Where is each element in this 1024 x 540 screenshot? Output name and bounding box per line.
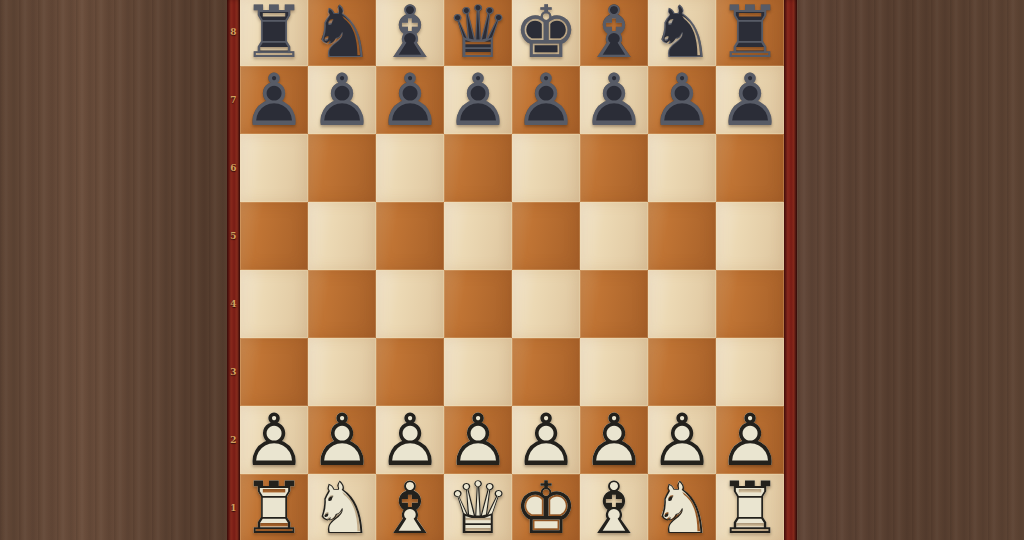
piece-glyph-outline: ♙ bbox=[648, 406, 716, 474]
square-c2[interactable]: ♟♙ bbox=[376, 406, 444, 474]
square-e8[interactable]: ♚♔ bbox=[512, 0, 580, 66]
piece-black-rook[interactable]: ♜♖ bbox=[240, 0, 308, 66]
square-g5[interactable] bbox=[648, 202, 716, 270]
square-b7[interactable]: ♟♙ bbox=[308, 66, 376, 134]
piece-white-pawn[interactable]: ♟♙ bbox=[716, 406, 784, 474]
piece-black-pawn[interactable]: ♟♙ bbox=[716, 66, 784, 134]
piece-glyph-outline: ♙ bbox=[716, 406, 784, 474]
square-g6[interactable] bbox=[648, 134, 716, 202]
piece-black-queen[interactable]: ♛♕ bbox=[444, 0, 512, 66]
piece-glyph-outline: ♙ bbox=[512, 406, 580, 474]
rank-label-5: 5 bbox=[227, 202, 240, 270]
piece-black-pawn[interactable]: ♟♙ bbox=[308, 66, 376, 134]
piece-black-bishop[interactable]: ♝♗ bbox=[580, 0, 648, 66]
square-d5[interactable] bbox=[444, 202, 512, 270]
square-h7[interactable]: ♟♙ bbox=[716, 66, 784, 134]
piece-glyph-outline: ♘ bbox=[648, 0, 716, 66]
piece-white-pawn[interactable]: ♟♙ bbox=[308, 406, 376, 474]
piece-white-pawn[interactable]: ♟♙ bbox=[376, 406, 444, 474]
square-d6[interactable] bbox=[444, 134, 512, 202]
square-h2[interactable]: ♟♙ bbox=[716, 406, 784, 474]
square-h6[interactable] bbox=[716, 134, 784, 202]
square-h1[interactable]: ♜♖ bbox=[716, 474, 784, 540]
rank-label-3: 3 bbox=[227, 338, 240, 406]
table-background: 87654321 ♜♖♞♘♝♗♛♕♚♔♝♗♞♘♜♖♟♙♟♙♟♙♟♙♟♙♟♙♟♙♟… bbox=[0, 0, 1024, 540]
piece-glyph-outline: ♙ bbox=[444, 406, 512, 474]
square-f5[interactable] bbox=[580, 202, 648, 270]
square-f6[interactable] bbox=[580, 134, 648, 202]
rank-label-8: 8 bbox=[227, 0, 240, 66]
square-a1[interactable]: ♜♖ bbox=[240, 474, 308, 540]
square-b1[interactable]: ♞♘ bbox=[308, 474, 376, 540]
rank-label-4: 4 bbox=[227, 270, 240, 338]
square-b2[interactable]: ♟♙ bbox=[308, 406, 376, 474]
piece-white-pawn[interactable]: ♟♙ bbox=[580, 406, 648, 474]
square-a4[interactable] bbox=[240, 270, 308, 338]
square-g8[interactable]: ♞♘ bbox=[648, 0, 716, 66]
piece-glyph-outline: ♖ bbox=[716, 0, 784, 66]
square-b6[interactable] bbox=[308, 134, 376, 202]
square-h8[interactable]: ♜♖ bbox=[716, 0, 784, 66]
piece-glyph-outline: ♘ bbox=[308, 0, 376, 66]
square-e7[interactable]: ♟♙ bbox=[512, 66, 580, 134]
piece-glyph-outline: ♔ bbox=[512, 0, 580, 66]
piece-glyph-outline: ♙ bbox=[376, 66, 444, 134]
piece-white-pawn[interactable]: ♟♙ bbox=[444, 406, 512, 474]
rank-label-2: 2 bbox=[227, 406, 240, 474]
square-f3[interactable] bbox=[580, 338, 648, 406]
piece-white-bishop[interactable]: ♝♗ bbox=[580, 474, 648, 540]
piece-black-pawn[interactable]: ♟♙ bbox=[648, 66, 716, 134]
square-d1[interactable]: ♛♕ bbox=[444, 474, 512, 540]
piece-black-pawn[interactable]: ♟♙ bbox=[240, 66, 308, 134]
piece-white-pawn[interactable]: ♟♙ bbox=[512, 406, 580, 474]
piece-glyph-outline: ♙ bbox=[512, 66, 580, 134]
square-a2[interactable]: ♟♙ bbox=[240, 406, 308, 474]
piece-glyph-outline: ♕ bbox=[444, 474, 512, 540]
piece-black-king[interactable]: ♚♔ bbox=[512, 0, 580, 66]
piece-white-king[interactable]: ♚♔ bbox=[512, 474, 580, 540]
square-d7[interactable]: ♟♙ bbox=[444, 66, 512, 134]
square-c4[interactable] bbox=[376, 270, 444, 338]
rank-label-7: 7 bbox=[227, 66, 240, 134]
piece-black-bishop[interactable]: ♝♗ bbox=[376, 0, 444, 66]
piece-black-rook[interactable]: ♜♖ bbox=[716, 0, 784, 66]
square-d2[interactable]: ♟♙ bbox=[444, 406, 512, 474]
piece-glyph-outline: ♖ bbox=[716, 474, 784, 540]
piece-white-rook[interactable]: ♜♖ bbox=[240, 474, 308, 540]
piece-black-pawn[interactable]: ♟♙ bbox=[580, 66, 648, 134]
square-f1[interactable]: ♝♗ bbox=[580, 474, 648, 540]
square-c6[interactable] bbox=[376, 134, 444, 202]
square-d4[interactable] bbox=[444, 270, 512, 338]
square-c7[interactable]: ♟♙ bbox=[376, 66, 444, 134]
square-g3[interactable] bbox=[648, 338, 716, 406]
square-g1[interactable]: ♞♘ bbox=[648, 474, 716, 540]
board-frame-left: 87654321 bbox=[227, 0, 240, 540]
square-e6[interactable] bbox=[512, 134, 580, 202]
piece-white-knight[interactable]: ♞♘ bbox=[308, 474, 376, 540]
board-frame-right bbox=[784, 0, 797, 540]
square-g4[interactable] bbox=[648, 270, 716, 338]
square-g2[interactable]: ♟♙ bbox=[648, 406, 716, 474]
square-b4[interactable] bbox=[308, 270, 376, 338]
piece-glyph-outline: ♙ bbox=[308, 406, 376, 474]
square-e4[interactable] bbox=[512, 270, 580, 338]
square-h3[interactable] bbox=[716, 338, 784, 406]
piece-black-pawn[interactable]: ♟♙ bbox=[444, 66, 512, 134]
piece-white-pawn[interactable]: ♟♙ bbox=[648, 406, 716, 474]
square-c1[interactable]: ♝♗ bbox=[376, 474, 444, 540]
square-f4[interactable] bbox=[580, 270, 648, 338]
rank-label-1: 1 bbox=[227, 474, 240, 540]
piece-glyph-outline: ♙ bbox=[240, 66, 308, 134]
piece-glyph-outline: ♗ bbox=[580, 0, 648, 66]
square-e1[interactable]: ♚♔ bbox=[512, 474, 580, 540]
chess-board-assembly: 87654321 ♜♖♞♘♝♗♛♕♚♔♝♗♞♘♜♖♟♙♟♙♟♙♟♙♟♙♟♙♟♙♟… bbox=[227, 0, 797, 540]
square-b8[interactable]: ♞♘ bbox=[308, 0, 376, 66]
piece-glyph-outline: ♘ bbox=[308, 474, 376, 540]
square-f8[interactable]: ♝♗ bbox=[580, 0, 648, 66]
square-h4[interactable] bbox=[716, 270, 784, 338]
piece-black-pawn[interactable]: ♟♙ bbox=[376, 66, 444, 134]
piece-white-pawn[interactable]: ♟♙ bbox=[240, 406, 308, 474]
piece-glyph-outline: ♖ bbox=[240, 0, 308, 66]
piece-glyph-outline: ♙ bbox=[376, 406, 444, 474]
square-e2[interactable]: ♟♙ bbox=[512, 406, 580, 474]
chess-board: ♜♖♞♘♝♗♛♕♚♔♝♗♞♘♜♖♟♙♟♙♟♙♟♙♟♙♟♙♟♙♟♙♟♙♟♙♟♙♟♙… bbox=[240, 0, 784, 540]
square-h5[interactable] bbox=[716, 202, 784, 270]
piece-glyph-outline: ♘ bbox=[648, 474, 716, 540]
piece-glyph-outline: ♔ bbox=[512, 474, 580, 540]
square-a8[interactable]: ♜♖ bbox=[240, 0, 308, 66]
square-e3[interactable] bbox=[512, 338, 580, 406]
square-e5[interactable] bbox=[512, 202, 580, 270]
square-a7[interactable]: ♟♙ bbox=[240, 66, 308, 134]
piece-black-knight[interactable]: ♞♘ bbox=[648, 0, 716, 66]
square-a3[interactable] bbox=[240, 338, 308, 406]
piece-glyph-outline: ♙ bbox=[580, 66, 648, 134]
square-d8[interactable]: ♛♕ bbox=[444, 0, 512, 66]
square-a6[interactable] bbox=[240, 134, 308, 202]
piece-glyph-outline: ♙ bbox=[716, 66, 784, 134]
piece-white-knight[interactable]: ♞♘ bbox=[648, 474, 716, 540]
piece-glyph-outline: ♙ bbox=[444, 66, 512, 134]
rank-label-6: 6 bbox=[227, 134, 240, 202]
piece-glyph-outline: ♗ bbox=[376, 474, 444, 540]
square-f7[interactable]: ♟♙ bbox=[580, 66, 648, 134]
piece-glyph-outline: ♙ bbox=[240, 406, 308, 474]
square-b3[interactable] bbox=[308, 338, 376, 406]
piece-glyph-outline: ♙ bbox=[648, 66, 716, 134]
piece-white-bishop[interactable]: ♝♗ bbox=[376, 474, 444, 540]
piece-white-queen[interactable]: ♛♕ bbox=[444, 474, 512, 540]
square-g7[interactable]: ♟♙ bbox=[648, 66, 716, 134]
square-a5[interactable] bbox=[240, 202, 308, 270]
piece-black-knight[interactable]: ♞♘ bbox=[308, 0, 376, 66]
piece-glyph-outline: ♙ bbox=[308, 66, 376, 134]
piece-black-pawn[interactable]: ♟♙ bbox=[512, 66, 580, 134]
piece-glyph-outline: ♕ bbox=[444, 0, 512, 66]
piece-white-rook[interactable]: ♜♖ bbox=[716, 474, 784, 540]
square-d3[interactable] bbox=[444, 338, 512, 406]
square-c3[interactable] bbox=[376, 338, 444, 406]
square-f2[interactable]: ♟♙ bbox=[580, 406, 648, 474]
square-c5[interactable] bbox=[376, 202, 444, 270]
piece-glyph-outline: ♗ bbox=[580, 474, 648, 540]
piece-glyph-outline: ♙ bbox=[580, 406, 648, 474]
square-b5[interactable] bbox=[308, 202, 376, 270]
piece-glyph-outline: ♗ bbox=[376, 0, 444, 66]
piece-glyph-outline: ♖ bbox=[240, 474, 308, 540]
square-c8[interactable]: ♝♗ bbox=[376, 0, 444, 66]
